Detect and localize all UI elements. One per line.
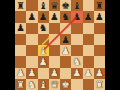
white-pawn-a2[interactable]: ♟ bbox=[16, 68, 25, 78]
square-f6[interactable] bbox=[71, 23, 82, 34]
black-rook-h8[interactable]: ♜ bbox=[95, 1, 104, 11]
white-queen-d1[interactable]: ♛ bbox=[50, 79, 59, 89]
square-h8[interactable]: ♜ bbox=[94, 0, 105, 11]
white-pawn-c3[interactable]: ♟ bbox=[39, 57, 48, 67]
square-e4[interactable]: ♟ bbox=[60, 45, 71, 56]
square-b7[interactable]: ♟ bbox=[26, 11, 37, 22]
square-d5[interactable] bbox=[49, 34, 60, 45]
square-a1[interactable]: ♜ bbox=[15, 79, 26, 90]
square-b1[interactable]: ♞ bbox=[26, 79, 37, 90]
chess-board[interactable]: ♜♝♛♚♝♜♟♟♟♞♟♟♟♟♞♟♝♟♟♞♟♟♟♟♟♟♜♞♝♛♚♜ bbox=[15, 0, 105, 90]
square-g5[interactable] bbox=[83, 34, 94, 45]
black-knight-c6[interactable]: ♞ bbox=[39, 23, 48, 33]
square-b6[interactable] bbox=[26, 23, 37, 34]
black-pawn-c7[interactable]: ♟ bbox=[39, 12, 48, 22]
square-f5[interactable] bbox=[71, 34, 82, 45]
square-c1[interactable]: ♝ bbox=[38, 79, 49, 90]
square-h6[interactable] bbox=[94, 23, 105, 34]
square-f4[interactable] bbox=[71, 45, 82, 56]
white-pawn-h2[interactable]: ♟ bbox=[95, 68, 104, 78]
square-a5[interactable] bbox=[15, 34, 26, 45]
white-pawn-g2[interactable]: ♟ bbox=[84, 68, 93, 78]
square-g3[interactable] bbox=[83, 56, 94, 67]
square-f8[interactable]: ♝ bbox=[71, 0, 82, 11]
square-a6[interactable]: ♟ bbox=[15, 23, 26, 34]
square-a4[interactable] bbox=[15, 45, 26, 56]
square-d1[interactable]: ♛ bbox=[49, 79, 60, 90]
square-g7[interactable]: ♟ bbox=[83, 11, 94, 22]
black-pawn-g7[interactable]: ♟ bbox=[84, 12, 93, 22]
white-pawn-e4[interactable]: ♟ bbox=[61, 46, 70, 56]
square-e5[interactable]: ♟ bbox=[60, 34, 71, 45]
square-b5[interactable] bbox=[26, 34, 37, 45]
black-queen-d8[interactable]: ♛ bbox=[50, 1, 59, 11]
square-h2[interactable]: ♟ bbox=[94, 68, 105, 79]
square-f2[interactable]: ♟ bbox=[71, 68, 82, 79]
square-g1[interactable] bbox=[83, 79, 94, 90]
square-e7[interactable]: ♞ bbox=[60, 11, 71, 22]
black-pawn-h7[interactable]: ♟ bbox=[95, 12, 104, 22]
black-king-e8[interactable]: ♚ bbox=[61, 1, 70, 11]
square-d6[interactable] bbox=[49, 23, 60, 34]
square-h5[interactable] bbox=[94, 34, 105, 45]
white-king-e1[interactable]: ♚ bbox=[61, 79, 70, 89]
square-b3[interactable] bbox=[26, 56, 37, 67]
square-a2[interactable]: ♟ bbox=[15, 68, 26, 79]
square-h4[interactable] bbox=[94, 45, 105, 56]
square-b4[interactable] bbox=[26, 45, 37, 56]
black-bishop-f8[interactable]: ♝ bbox=[73, 1, 82, 11]
square-h1[interactable]: ♜ bbox=[94, 79, 105, 90]
square-e2[interactable] bbox=[60, 68, 71, 79]
square-a8[interactable]: ♜ bbox=[15, 0, 26, 11]
black-pawn-e5[interactable]: ♟ bbox=[61, 34, 70, 44]
square-b2[interactable]: ♟ bbox=[26, 68, 37, 79]
square-e3[interactable] bbox=[60, 56, 71, 67]
white-rook-a1[interactable]: ♜ bbox=[16, 79, 25, 89]
square-f7[interactable]: ♟ bbox=[71, 11, 82, 22]
black-bishop-c8[interactable]: ♝ bbox=[39, 1, 48, 11]
white-pawn-d2[interactable]: ♟ bbox=[50, 68, 59, 78]
square-e8[interactable]: ♚ bbox=[60, 0, 71, 11]
square-e6[interactable] bbox=[60, 23, 71, 34]
black-pawn-f7[interactable]: ♟ bbox=[73, 12, 82, 22]
square-f1[interactable] bbox=[71, 79, 82, 90]
white-knight-f3[interactable]: ♞ bbox=[73, 57, 82, 67]
square-c5[interactable] bbox=[38, 34, 49, 45]
square-c8[interactable]: ♝ bbox=[38, 0, 49, 11]
right-letterbox-bar bbox=[105, 0, 120, 90]
square-f3[interactable]: ♞ bbox=[71, 56, 82, 67]
square-d7[interactable]: ♟ bbox=[49, 11, 60, 22]
left-letterbox-bar bbox=[0, 0, 15, 90]
square-a7[interactable] bbox=[15, 11, 26, 22]
black-pawn-b7[interactable]: ♟ bbox=[28, 12, 37, 22]
white-knight-b1[interactable]: ♞ bbox=[28, 79, 37, 89]
black-knight-e7[interactable]: ♞ bbox=[61, 12, 70, 22]
square-c7[interactable]: ♟ bbox=[38, 11, 49, 22]
square-d2[interactable]: ♟ bbox=[49, 68, 60, 79]
square-g6[interactable] bbox=[83, 23, 94, 34]
square-g4[interactable] bbox=[83, 45, 94, 56]
square-c2[interactable] bbox=[38, 68, 49, 79]
white-rook-h1[interactable]: ♜ bbox=[95, 79, 104, 89]
white-bishop-c4[interactable]: ♝ bbox=[39, 46, 48, 56]
square-d3[interactable] bbox=[49, 56, 60, 67]
square-h7[interactable]: ♟ bbox=[94, 11, 105, 22]
black-pawn-a6[interactable]: ♟ bbox=[16, 23, 25, 33]
square-b8[interactable] bbox=[26, 0, 37, 11]
square-d4[interactable] bbox=[49, 45, 60, 56]
square-d8[interactable]: ♛ bbox=[49, 0, 60, 11]
black-rook-a8[interactable]: ♜ bbox=[16, 1, 25, 11]
square-h3[interactable] bbox=[94, 56, 105, 67]
square-g2[interactable]: ♟ bbox=[83, 68, 94, 79]
white-pawn-f2[interactable]: ♟ bbox=[73, 68, 82, 78]
square-c6[interactable]: ♞ bbox=[38, 23, 49, 34]
square-g8[interactable] bbox=[83, 0, 94, 11]
white-pawn-b2[interactable]: ♟ bbox=[28, 68, 37, 78]
square-c4[interactable]: ♝ bbox=[38, 45, 49, 56]
square-c3[interactable]: ♟ bbox=[38, 56, 49, 67]
square-a3[interactable] bbox=[15, 56, 26, 67]
white-bishop-c1[interactable]: ♝ bbox=[39, 79, 48, 89]
black-pawn-d7[interactable]: ♟ bbox=[50, 12, 59, 22]
square-e1[interactable]: ♚ bbox=[60, 79, 71, 90]
